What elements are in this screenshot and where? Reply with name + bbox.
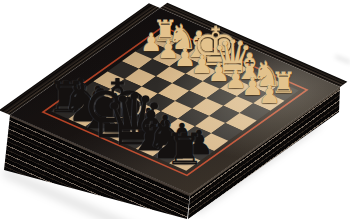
case-shadow-streak <box>335 55 350 64</box>
chess-set-photo: ♜♞♝♛♚♝♞♜♟♟♟♟♟♟♟♟♟♟♟♟♟♟♟♟♜♞♝♛♚♝♞♜ <box>0 0 350 219</box>
